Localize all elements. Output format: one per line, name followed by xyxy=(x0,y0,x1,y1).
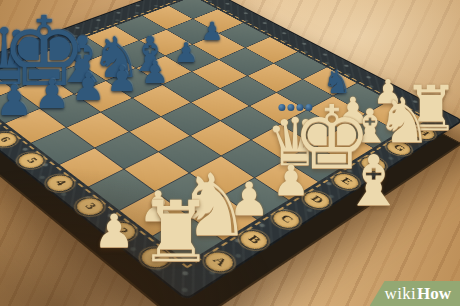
watermark-how-text: How xyxy=(417,284,451,304)
watermark-wiki-text: wiki xyxy=(385,284,416,304)
chessboard-photo: ABCDEFGH 12345678 ♛♚♝♞♝♟♟♟♟♟♟♟♞♛♚♟♟♝♞♜♝♟… xyxy=(0,0,460,306)
chess-board: ABCDEFGH 12345678 xyxy=(0,0,460,301)
wikihow-watermark: wiki How xyxy=(370,281,460,306)
